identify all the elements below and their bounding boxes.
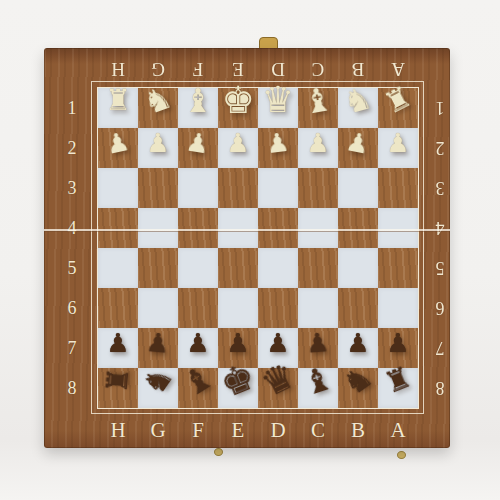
square-b5[interactable]: [338, 248, 378, 288]
rank-label-4: 4: [55, 208, 89, 248]
rank-label-4: 4: [423, 208, 457, 248]
square-b1[interactable]: ♞: [338, 88, 378, 128]
rank-label-3: 3: [55, 168, 89, 208]
file-label-b: B: [338, 412, 378, 448]
square-a3[interactable]: [378, 168, 418, 208]
file-label-f: F: [178, 54, 218, 84]
square-d3[interactable]: [258, 168, 298, 208]
file-label-b: B: [338, 54, 378, 84]
rank-label-5: 5: [55, 248, 89, 288]
file-label-f: F: [178, 412, 218, 448]
square-c6[interactable]: [298, 288, 338, 328]
square-h5[interactable]: [98, 248, 138, 288]
file-label-d: D: [258, 412, 298, 448]
square-d5[interactable]: [258, 248, 298, 288]
piece-black-rook[interactable]: ♜: [381, 362, 416, 399]
square-g3[interactable]: [138, 168, 178, 208]
square-h8[interactable]: ♜: [98, 368, 138, 408]
rank-labels-left: 12345678: [55, 88, 89, 408]
square-a6[interactable]: [378, 288, 418, 328]
square-a1[interactable]: ♜: [378, 88, 418, 128]
square-e2[interactable]: ♟: [218, 128, 258, 168]
rank-label-7: 7: [55, 328, 89, 368]
piece-black-pawn[interactable]: ♟: [186, 330, 209, 356]
rank-label-2: 2: [423, 128, 457, 168]
rank-label-3: 3: [423, 168, 457, 208]
piece-white-pawn[interactable]: ♟: [226, 130, 249, 156]
square-e3[interactable]: [218, 168, 258, 208]
board-grid: ♜♞♝♚♛♝♞♜♟♟♟♟♟♟♟♟♟♟♟♟♟♟♟♟♜♞♝♚♛♝♞♜: [98, 88, 418, 408]
piece-white-knight[interactable]: ♞: [140, 81, 177, 120]
square-f6[interactable]: [178, 288, 218, 328]
square-f3[interactable]: [178, 168, 218, 208]
rank-label-2: 2: [55, 128, 89, 168]
square-a8[interactable]: ♜: [378, 368, 418, 408]
rank-label-5: 5: [423, 248, 457, 288]
hinge-pin-icon: [397, 451, 406, 459]
piece-white-pawn[interactable]: ♟: [146, 130, 169, 156]
square-a2[interactable]: ♟: [378, 128, 418, 168]
square-g6[interactable]: [138, 288, 178, 328]
file-labels-bottom: HGFEDCBA: [98, 412, 418, 448]
rank-label-1: 1: [423, 88, 457, 128]
photo-background: HGFEDCBA HGFEDCBA 12345678 12345678 ♜♞♝♚…: [0, 0, 500, 500]
square-g1[interactable]: ♞: [138, 88, 178, 128]
piece-white-bishop[interactable]: ♝: [301, 81, 336, 119]
square-f8[interactable]: ♝: [178, 368, 218, 408]
square-g5[interactable]: [138, 248, 178, 288]
square-e1[interactable]: ♚: [218, 88, 258, 128]
square-d1[interactable]: ♛: [258, 88, 298, 128]
file-label-a: A: [378, 412, 418, 448]
file-label-c: C: [298, 412, 338, 448]
square-h3[interactable]: [98, 168, 138, 208]
piece-black-pawn[interactable]: ♟: [266, 330, 289, 356]
square-a5[interactable]: [378, 248, 418, 288]
square-d8[interactable]: ♛: [258, 368, 298, 408]
square-h2[interactable]: ♟: [98, 128, 138, 168]
file-label-e: E: [218, 412, 258, 448]
piece-white-rook[interactable]: ♜: [105, 86, 131, 115]
square-c2[interactable]: ♟: [298, 128, 338, 168]
square-b4[interactable]: [338, 208, 378, 248]
piece-black-pawn[interactable]: ♟: [346, 330, 369, 356]
square-a4[interactable]: [378, 208, 418, 248]
piece-white-king[interactable]: ♚: [221, 82, 254, 119]
square-g8[interactable]: ♞: [138, 368, 178, 408]
square-f2[interactable]: ♟: [178, 128, 218, 168]
piece-black-pawn[interactable]: ♟: [145, 329, 170, 357]
square-c5[interactable]: [298, 248, 338, 288]
rank-label-8: 8: [423, 368, 457, 408]
rank-label-6: 6: [55, 288, 89, 328]
square-h6[interactable]: [98, 288, 138, 328]
piece-white-knight[interactable]: ♞: [341, 81, 376, 118]
rank-labels-right: 12345678: [423, 88, 457, 408]
chess-board: HGFEDCBA HGFEDCBA 12345678 12345678 ♜♞♝♚…: [44, 48, 450, 448]
rank-label-1: 1: [55, 88, 89, 128]
piece-white-pawn[interactable]: ♟: [306, 130, 329, 156]
piece-black-pawn[interactable]: ♟: [106, 330, 129, 356]
square-b3[interactable]: [338, 168, 378, 208]
piece-black-pawn[interactable]: ♟: [305, 329, 330, 357]
square-d6[interactable]: [258, 288, 298, 328]
square-e6[interactable]: [218, 288, 258, 328]
square-h4[interactable]: [98, 208, 138, 248]
rank-label-6: 6: [423, 288, 457, 328]
piece-white-pawn[interactable]: ♟: [104, 128, 132, 158]
square-c8[interactable]: ♝: [298, 368, 338, 408]
square-b6[interactable]: [338, 288, 378, 328]
piece-black-pawn[interactable]: ♟: [226, 330, 249, 356]
piece-white-pawn[interactable]: ♟: [184, 128, 211, 157]
square-d4[interactable]: [258, 208, 298, 248]
square-g7[interactable]: ♟: [138, 328, 178, 368]
square-f4[interactable]: [178, 208, 218, 248]
piece-black-pawn[interactable]: ♟: [386, 330, 409, 356]
file-labels-top: HGFEDCBA: [98, 54, 418, 84]
piece-white-pawn[interactable]: ♟: [344, 128, 372, 158]
square-b8[interactable]: ♞: [338, 368, 378, 408]
square-g4[interactable]: [138, 208, 178, 248]
piece-black-rook[interactable]: ♜: [102, 366, 133, 394]
square-f5[interactable]: [178, 248, 218, 288]
square-c4[interactable]: [298, 208, 338, 248]
file-label-g: G: [138, 412, 178, 448]
piece-white-pawn[interactable]: ♟: [386, 130, 409, 156]
file-label-h: H: [98, 54, 138, 84]
square-g2[interactable]: ♟: [138, 128, 178, 168]
square-e4[interactable]: [218, 208, 258, 248]
square-c1[interactable]: ♝: [298, 88, 338, 128]
piece-white-queen[interactable]: ♛: [262, 82, 294, 118]
square-e8[interactable]: ♚: [218, 368, 258, 408]
square-e5[interactable]: [218, 248, 258, 288]
square-c3[interactable]: [298, 168, 338, 208]
rank-label-8: 8: [55, 368, 89, 408]
rank-label-7: 7: [423, 328, 457, 368]
square-d2[interactable]: ♟: [258, 128, 298, 168]
square-h7[interactable]: ♟: [98, 328, 138, 368]
square-b2[interactable]: ♟: [338, 128, 378, 168]
hinge-pin-icon: [214, 448, 223, 456]
piece-white-bishop[interactable]: ♝: [183, 84, 213, 117]
square-h1[interactable]: ♜: [98, 88, 138, 128]
file-label-h: H: [98, 412, 138, 448]
square-f1[interactable]: ♝: [178, 88, 218, 128]
piece-white-pawn[interactable]: ♟: [265, 129, 291, 158]
piece-white-rook[interactable]: ♜: [380, 81, 416, 119]
